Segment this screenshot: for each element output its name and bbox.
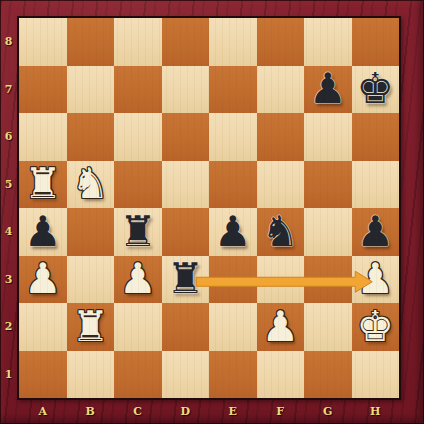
file-coordinates: A B C D E F G H <box>19 399 399 423</box>
square-f8[interactable] <box>257 18 305 66</box>
square-f1[interactable] <box>257 351 305 399</box>
square-f4[interactable]: ♞ <box>257 208 305 256</box>
square-b7[interactable] <box>67 66 115 114</box>
square-a3[interactable]: ♟ <box>19 256 67 304</box>
square-c7[interactable] <box>114 66 162 114</box>
square-g8[interactable] <box>304 18 352 66</box>
square-c6[interactable] <box>114 113 162 161</box>
file-label-h: H <box>352 399 400 423</box>
square-g3[interactable] <box>304 256 352 304</box>
square-a1[interactable] <box>19 351 67 399</box>
square-g1[interactable] <box>304 351 352 399</box>
square-g2[interactable] <box>304 303 352 351</box>
square-e4[interactable]: ♟ <box>209 208 257 256</box>
rank-label-2: 2 <box>0 303 17 351</box>
square-c2[interactable] <box>114 303 162 351</box>
rank-label-6: 6 <box>0 113 17 161</box>
piece-white-knight-b5[interactable]: ♞ <box>71 163 109 205</box>
square-a4[interactable]: ♟ <box>19 208 67 256</box>
rank-label-3: 3 <box>0 256 17 304</box>
square-g4[interactable] <box>304 208 352 256</box>
square-b4[interactable] <box>67 208 115 256</box>
square-e1[interactable] <box>209 351 257 399</box>
piece-white-pawn-f2[interactable]: ♟ <box>261 306 299 348</box>
square-c5[interactable] <box>114 161 162 209</box>
square-g6[interactable] <box>304 113 352 161</box>
square-c3[interactable]: ♟ <box>114 256 162 304</box>
square-b6[interactable] <box>67 113 115 161</box>
square-h6[interactable] <box>352 113 400 161</box>
piece-black-pawn-g7[interactable]: ♟ <box>309 68 347 110</box>
square-c1[interactable] <box>114 351 162 399</box>
square-e3[interactable] <box>209 256 257 304</box>
square-b2[interactable]: ♜ <box>67 303 115 351</box>
square-d3[interactable]: ♜ <box>162 256 210 304</box>
square-h5[interactable] <box>352 161 400 209</box>
piece-white-rook-a5[interactable]: ♜ <box>24 163 62 205</box>
square-e7[interactable] <box>209 66 257 114</box>
square-a6[interactable] <box>19 113 67 161</box>
rank-label-4: 4 <box>0 208 17 256</box>
square-b5[interactable]: ♞ <box>67 161 115 209</box>
piece-black-knight-f4[interactable]: ♞ <box>261 211 299 253</box>
file-label-e: E <box>209 399 257 423</box>
square-c8[interactable] <box>114 18 162 66</box>
rank-coordinates: 8 7 6 5 4 3 2 1 <box>0 18 17 398</box>
square-h2[interactable]: ♚ <box>352 303 400 351</box>
square-h8[interactable] <box>352 18 400 66</box>
square-d4[interactable] <box>162 208 210 256</box>
file-label-f: F <box>257 399 305 423</box>
rank-label-5: 5 <box>0 161 17 209</box>
piece-black-rook-c4[interactable]: ♜ <box>119 211 157 253</box>
square-d7[interactable] <box>162 66 210 114</box>
square-c4[interactable]: ♜ <box>114 208 162 256</box>
square-f3[interactable] <box>257 256 305 304</box>
piece-white-king-h2[interactable]: ♚ <box>356 306 394 348</box>
file-label-b: B <box>67 399 115 423</box>
file-label-c: C <box>114 399 162 423</box>
piece-black-king-h7[interactable]: ♚ <box>356 68 394 110</box>
square-d2[interactable] <box>162 303 210 351</box>
square-b3[interactable] <box>67 256 115 304</box>
piece-white-pawn-a3[interactable]: ♟ <box>24 258 62 300</box>
rank-label-8: 8 <box>0 18 17 66</box>
square-g5[interactable] <box>304 161 352 209</box>
piece-black-pawn-h4[interactable]: ♟ <box>356 211 394 253</box>
square-d8[interactable] <box>162 18 210 66</box>
square-b1[interactable] <box>67 351 115 399</box>
piece-white-pawn-h3[interactable]: ♟ <box>356 258 394 300</box>
square-e8[interactable] <box>209 18 257 66</box>
board-frame: ♟♚♜♞♟♜♟♞♟♟♟♜♟♜♟♚ 8 7 6 5 4 3 2 1 A B C D… <box>0 0 424 424</box>
square-e6[interactable] <box>209 113 257 161</box>
file-label-g: G <box>304 399 352 423</box>
square-h1[interactable] <box>352 351 400 399</box>
square-f6[interactable] <box>257 113 305 161</box>
square-h3[interactable]: ♟ <box>352 256 400 304</box>
square-d6[interactable] <box>162 113 210 161</box>
board: ♟♚♜♞♟♜♟♞♟♟♟♜♟♜♟♚ <box>17 16 401 400</box>
square-f5[interactable] <box>257 161 305 209</box>
square-a7[interactable] <box>19 66 67 114</box>
square-a5[interactable]: ♜ <box>19 161 67 209</box>
square-d1[interactable] <box>162 351 210 399</box>
piece-black-rook-d3[interactable]: ♜ <box>166 258 204 300</box>
piece-black-pawn-e4[interactable]: ♟ <box>214 211 252 253</box>
square-h7[interactable]: ♚ <box>352 66 400 114</box>
rank-label-1: 1 <box>0 351 17 399</box>
square-a2[interactable] <box>19 303 67 351</box>
square-a8[interactable] <box>19 18 67 66</box>
square-h4[interactable]: ♟ <box>352 208 400 256</box>
piece-black-pawn-a4[interactable]: ♟ <box>24 211 62 253</box>
piece-white-pawn-c3[interactable]: ♟ <box>119 258 157 300</box>
square-d5[interactable] <box>162 161 210 209</box>
square-b8[interactable] <box>67 18 115 66</box>
square-g7[interactable]: ♟ <box>304 66 352 114</box>
square-f2[interactable]: ♟ <box>257 303 305 351</box>
piece-white-rook-b2[interactable]: ♜ <box>71 306 109 348</box>
file-label-a: A <box>19 399 67 423</box>
square-e2[interactable] <box>209 303 257 351</box>
square-f7[interactable] <box>257 66 305 114</box>
square-e5[interactable] <box>209 161 257 209</box>
rank-label-7: 7 <box>0 66 17 114</box>
file-label-d: D <box>162 399 210 423</box>
